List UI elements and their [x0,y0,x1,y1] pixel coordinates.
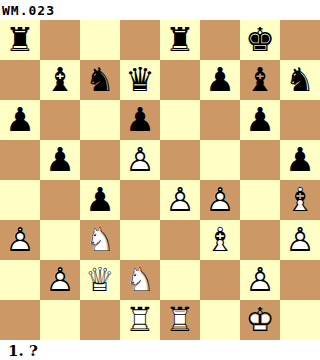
square-e5[interactable] [160,140,200,180]
square-d7[interactable]: ♛ [120,60,160,100]
piece-white-bishop[interactable]: ♝♗ [200,220,240,260]
white-pawn-outline-icon: ♙ [0,220,40,260]
square-g2[interactable]: ♟♙ [240,260,280,300]
black-king-icon: ♚ [240,20,280,60]
piece-black-pawn[interactable]: ♟ [40,140,80,180]
square-a7[interactable] [0,60,40,100]
piece-white-pawn[interactable]: ♟♙ [280,220,320,260]
square-c6[interactable] [80,100,120,140]
piece-black-pawn[interactable]: ♟ [200,60,240,100]
black-pawn-icon: ♟ [120,100,160,140]
piece-white-pawn[interactable]: ♟♙ [240,260,280,300]
white-pawn-outline-icon: ♙ [240,260,280,300]
square-a6[interactable]: ♟ [0,100,40,140]
piece-black-queen[interactable]: ♛ [120,60,160,100]
square-h3[interactable]: ♟♙ [280,220,320,260]
square-g6[interactable]: ♟ [240,100,280,140]
square-d8[interactable] [120,20,160,60]
square-d2[interactable]: ♞♘ [120,260,160,300]
black-rook-icon: ♜ [0,20,40,60]
square-h6[interactable] [280,100,320,140]
black-pawn-icon: ♟ [80,180,120,220]
piece-white-knight[interactable]: ♞♘ [120,260,160,300]
square-c3[interactable]: ♞♘ [80,220,120,260]
piece-white-pawn[interactable]: ♟♙ [0,220,40,260]
piece-black-rook[interactable]: ♜ [160,20,200,60]
square-h4[interactable]: ♝♗ [280,180,320,220]
square-e2[interactable] [160,260,200,300]
square-d3[interactable] [120,220,160,260]
square-e7[interactable] [160,60,200,100]
black-pawn-icon: ♟ [280,140,320,180]
square-g3[interactable] [240,220,280,260]
square-g5[interactable] [240,140,280,180]
square-h5[interactable]: ♟ [280,140,320,180]
piece-white-rook[interactable]: ♜♖ [160,300,200,340]
black-pawn-icon: ♟ [200,60,240,100]
black-rook-icon: ♜ [160,20,200,60]
square-h8[interactable] [280,20,320,60]
puzzle-id: WM.023 [0,0,320,20]
chess-board: ♜♜♚♝♞♛♟♝♞♟♟♟♟♟♙♟♟♟♙♟♙♝♗♟♙♞♘♝♗♟♙♟♙♛♕♞♘♟♙♜… [0,20,320,340]
square-g8[interactable]: ♚ [240,20,280,60]
square-b2[interactable]: ♟♙ [40,260,80,300]
square-b8[interactable] [40,20,80,60]
black-pawn-icon: ♟ [40,140,80,180]
square-b5[interactable]: ♟ [40,140,80,180]
square-f2[interactable] [200,260,240,300]
piece-white-pawn[interactable]: ♟♙ [160,180,200,220]
square-c7[interactable]: ♞ [80,60,120,100]
white-queen-outline-icon: ♕ [80,260,120,300]
move-prompt: 1. ? [0,340,320,360]
square-a8[interactable]: ♜ [0,20,40,60]
square-e1[interactable]: ♜♖ [160,300,200,340]
square-g4[interactable] [240,180,280,220]
piece-white-pawn[interactable]: ♟♙ [40,260,80,300]
white-pawn-outline-icon: ♙ [40,260,80,300]
black-pawn-icon: ♟ [0,100,40,140]
square-f4[interactable]: ♟♙ [200,180,240,220]
black-bishop-icon: ♝ [240,60,280,100]
piece-black-pawn[interactable]: ♟ [240,100,280,140]
square-d1[interactable]: ♜♖ [120,300,160,340]
piece-black-king[interactable]: ♚ [240,20,280,60]
square-e3[interactable] [160,220,200,260]
piece-black-bishop[interactable]: ♝ [40,60,80,100]
square-f3[interactable]: ♝♗ [200,220,240,260]
piece-white-pawn[interactable]: ♟♙ [120,140,160,180]
white-pawn-outline-icon: ♙ [160,180,200,220]
white-pawn-outline-icon: ♙ [280,220,320,260]
piece-white-bishop[interactable]: ♝♗ [280,180,320,220]
piece-black-pawn[interactable]: ♟ [280,140,320,180]
piece-black-pawn[interactable]: ♟ [0,100,40,140]
piece-white-pawn[interactable]: ♟♙ [200,180,240,220]
white-pawn-outline-icon: ♙ [120,140,160,180]
white-knight-outline-icon: ♘ [120,260,160,300]
square-e8[interactable]: ♜ [160,20,200,60]
square-c4[interactable]: ♟ [80,180,120,220]
white-bishop-outline-icon: ♗ [200,220,240,260]
white-king-outline-icon: ♔ [240,300,280,340]
piece-black-knight[interactable]: ♞ [280,60,320,100]
piece-black-bishop[interactable]: ♝ [240,60,280,100]
black-pawn-icon: ♟ [240,100,280,140]
square-f1[interactable] [200,300,240,340]
square-h1[interactable] [280,300,320,340]
white-rook-outline-icon: ♖ [160,300,200,340]
piece-black-pawn[interactable]: ♟ [80,180,120,220]
white-knight-outline-icon: ♘ [80,220,120,260]
square-a5[interactable] [0,140,40,180]
square-b6[interactable] [40,100,80,140]
square-c5[interactable] [80,140,120,180]
square-c1[interactable] [80,300,120,340]
square-g1[interactable]: ♚♔ [240,300,280,340]
white-pawn-outline-icon: ♙ [200,180,240,220]
square-b7[interactable]: ♝ [40,60,80,100]
black-bishop-icon: ♝ [40,60,80,100]
square-e4[interactable]: ♟♙ [160,180,200,220]
square-h2[interactable] [280,260,320,300]
piece-white-king[interactable]: ♚♔ [240,300,280,340]
square-d6[interactable]: ♟ [120,100,160,140]
square-a3[interactable]: ♟♙ [0,220,40,260]
piece-white-knight[interactable]: ♞♘ [80,220,120,260]
square-c8[interactable] [80,20,120,60]
square-a2[interactable] [0,260,40,300]
square-f5[interactable] [200,140,240,180]
square-f7[interactable]: ♟ [200,60,240,100]
square-f8[interactable] [200,20,240,60]
black-knight-icon: ♞ [80,60,120,100]
square-a4[interactable] [0,180,40,220]
square-f6[interactable] [200,100,240,140]
square-d4[interactable] [120,180,160,220]
black-knight-icon: ♞ [280,60,320,100]
square-d5[interactable]: ♟♙ [120,140,160,180]
square-a1[interactable] [0,300,40,340]
white-rook-outline-icon: ♖ [120,300,160,340]
square-b4[interactable] [40,180,80,220]
square-b1[interactable] [40,300,80,340]
square-c2[interactable]: ♛♕ [80,260,120,300]
piece-black-rook[interactable]: ♜ [0,20,40,60]
piece-black-pawn[interactable]: ♟ [120,100,160,140]
black-queen-icon: ♛ [120,60,160,100]
square-g7[interactable]: ♝ [240,60,280,100]
piece-white-rook[interactable]: ♜♖ [120,300,160,340]
piece-white-queen[interactable]: ♛♕ [80,260,120,300]
piece-black-knight[interactable]: ♞ [80,60,120,100]
square-b3[interactable] [40,220,80,260]
white-bishop-outline-icon: ♗ [280,180,320,220]
square-h7[interactable]: ♞ [280,60,320,100]
square-e6[interactable] [160,100,200,140]
